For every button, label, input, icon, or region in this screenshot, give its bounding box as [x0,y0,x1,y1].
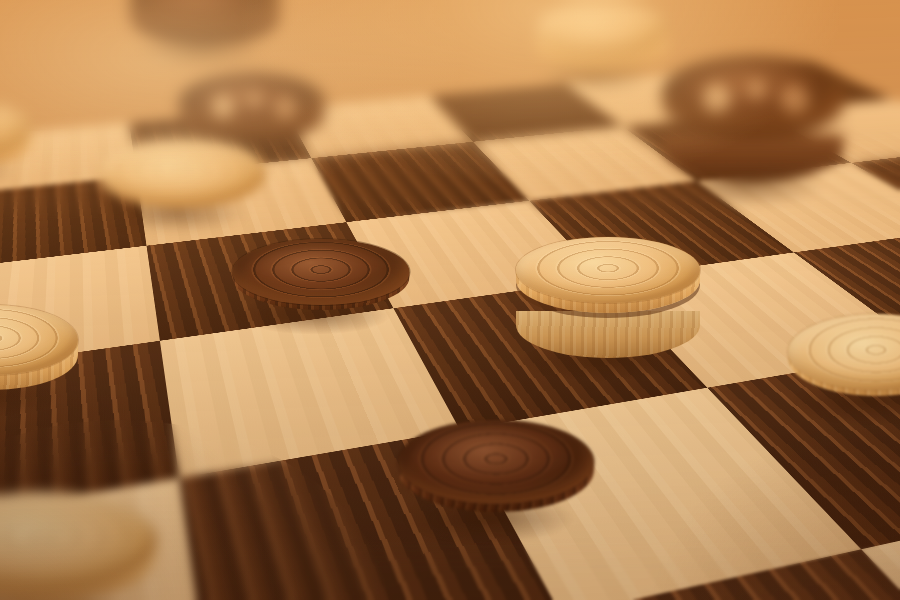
piece-ring-grooves [0,496,146,584]
checker-dark-stack-far-right[interactable] [662,56,844,226]
piece-ring-grooves [543,3,662,53]
checker-light-stack-center-focus[interactable] [516,237,700,399]
piece-top-face [536,1,668,55]
piece-ring-grooves [241,242,400,303]
piece-ring-grooves [671,59,835,125]
checker-light-far-top-center[interactable] [536,1,668,109]
piece-top-face [233,239,410,305]
piece-top-face [516,237,700,303]
piece-ring-grooves [408,423,584,500]
piece-ring-grooves [106,141,257,204]
piece-top-face [179,73,325,131]
photo-stage [0,0,900,600]
piece-top-face [398,420,594,504]
piece-ring-grooves [797,317,900,387]
piece-top-face [98,138,266,206]
checker-light-right-edge[interactable] [788,314,900,444]
checker-light-far-left-edge[interactable] [0,100,32,206]
checker-dark-center-focus[interactable] [233,239,410,353]
checker-light-mid-left-edge[interactable] [0,305,78,435]
checker-dark-far-top-edge[interactable] [130,0,280,84]
piece-ring-grooves [525,240,691,301]
piece-ring-grooves [138,0,273,28]
piece-ring-grooves [186,75,317,128]
checker-dark-front-center[interactable] [398,420,594,564]
checker-light-front-left[interactable] [0,492,157,600]
checker-light-far-left[interactable] [98,138,266,252]
piece-top-face [662,56,844,128]
